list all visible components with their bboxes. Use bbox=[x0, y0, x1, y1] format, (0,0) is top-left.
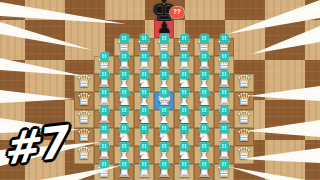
alert-badge: !! bbox=[220, 160, 229, 169]
alert-badge: !! bbox=[180, 106, 189, 115]
alert-badge: !! bbox=[200, 142, 209, 151]
alert-badge: !! bbox=[120, 70, 129, 79]
alert-badge: !! bbox=[200, 160, 209, 169]
alert-badge: !! bbox=[160, 52, 169, 61]
board-square bbox=[234, 74, 254, 92]
alert-badge: !! bbox=[200, 88, 209, 97]
board-square bbox=[234, 128, 254, 146]
alert-badge: !! bbox=[220, 106, 229, 115]
alert-badge: !! bbox=[180, 88, 189, 97]
alert-badge: !! bbox=[160, 142, 169, 151]
alert-badge: !! bbox=[120, 160, 129, 169]
alert-badge: !! bbox=[160, 124, 169, 133]
alert-badge: !! bbox=[100, 52, 109, 61]
alert-badge: !! bbox=[180, 34, 189, 43]
alert-badge: !! bbox=[120, 124, 129, 133]
alert-badge: !! bbox=[120, 34, 129, 43]
board-square bbox=[74, 128, 94, 146]
alert-badge: !! bbox=[200, 70, 209, 79]
alert-badge: !! bbox=[220, 142, 229, 151]
alert-badge: !! bbox=[120, 142, 129, 151]
alert-badge: !! bbox=[200, 34, 209, 43]
alert-badge: !! bbox=[140, 106, 149, 115]
alert-badge: !! bbox=[180, 160, 189, 169]
alert-badge: !! bbox=[160, 160, 169, 169]
thumbnail-stage: ♟♛♛♛♛♛♛♛♜♜♜♜♜♛♛♜♝♞♝♞♝♜♛♛♜♞♝♚♝♞♜♛♛♜♝♞♝♞♝♜… bbox=[0, 0, 320, 180]
board-square bbox=[234, 146, 254, 164]
alert-badge: !! bbox=[160, 106, 169, 115]
alert-badge: !! bbox=[160, 70, 169, 79]
alert-badge: !! bbox=[100, 88, 109, 97]
board-square bbox=[234, 110, 254, 128]
alert-badge: !! bbox=[160, 88, 169, 97]
alert-badge: !! bbox=[220, 52, 229, 61]
board-square bbox=[74, 74, 94, 92]
alert-badge: !! bbox=[140, 160, 149, 169]
alert-badge: !! bbox=[140, 70, 149, 79]
alert-badge: !! bbox=[140, 124, 149, 133]
alert-badge: !! bbox=[200, 124, 209, 133]
board-square bbox=[74, 92, 94, 110]
alert-badge: !! bbox=[180, 70, 189, 79]
alert-badge: !! bbox=[140, 142, 149, 151]
alert-badge: !! bbox=[180, 124, 189, 133]
alert-badge: !! bbox=[120, 88, 129, 97]
alert-badge: !! bbox=[100, 124, 109, 133]
board-square bbox=[74, 146, 94, 164]
alert-badge: !! bbox=[220, 88, 229, 97]
board-square bbox=[74, 110, 94, 128]
episode-number: #7 bbox=[0, 116, 66, 174]
alert-badge: !! bbox=[220, 70, 229, 79]
alert-badge: !! bbox=[160, 34, 169, 43]
alert-badge: !! bbox=[140, 52, 149, 61]
question-badge: ?? bbox=[170, 7, 184, 18]
alert-badge: !! bbox=[120, 52, 129, 61]
alert-badge: !! bbox=[220, 124, 229, 133]
alert-badge: !! bbox=[220, 34, 229, 43]
alert-badge: !! bbox=[180, 142, 189, 151]
alert-badge: !! bbox=[200, 52, 209, 61]
alert-badge: !! bbox=[100, 70, 109, 79]
alert-badge: !! bbox=[200, 106, 209, 115]
alert-badge: !! bbox=[100, 160, 109, 169]
alert-badge: !! bbox=[140, 34, 149, 43]
alert-badge: !! bbox=[140, 88, 149, 97]
board-square bbox=[234, 92, 254, 110]
alert-badge: !! bbox=[100, 106, 109, 115]
alert-badge: !! bbox=[180, 52, 189, 61]
alert-badge: !! bbox=[100, 142, 109, 151]
alert-badge: !! bbox=[120, 106, 129, 115]
